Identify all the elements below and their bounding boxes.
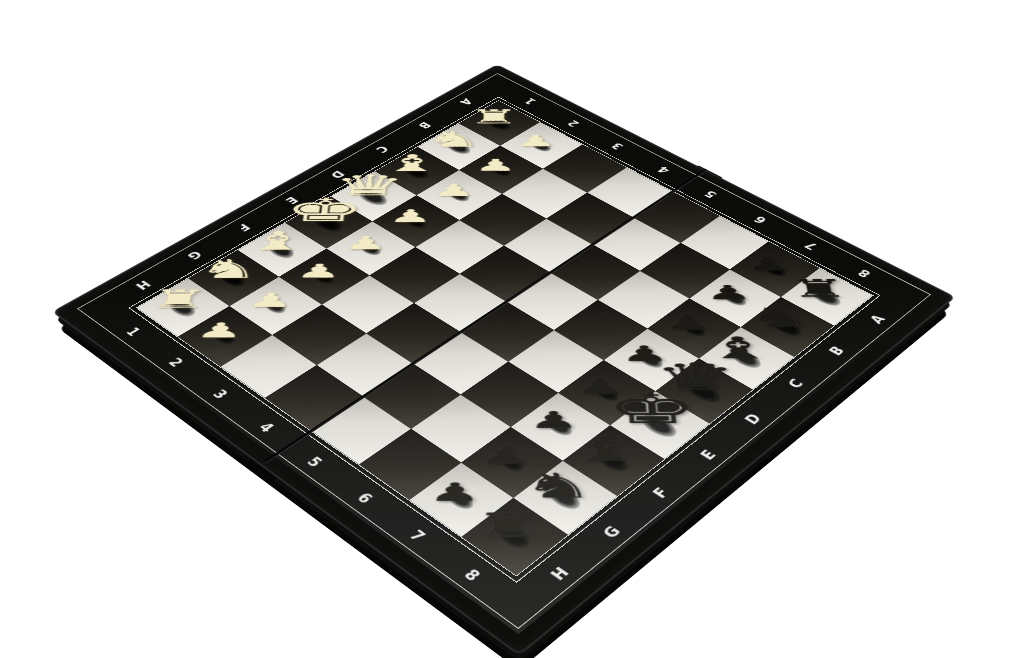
piece-shadow <box>726 346 765 371</box>
chess-board: 12345678 ABCDEFGH ♜♟♟♜♞♟♟♞♝♟♟♝♛♟♟♛♚♟♟♚♝♟… <box>51 62 956 654</box>
product-photo-stage: 12345678 ABCDEFGH ♜♟♟♜♞♟♟♞♝♟♟♝♛♟♟♛♚♟♟♚♝♟… <box>0 0 1024 658</box>
square-b8[interactable]: ♞ <box>741 297 834 357</box>
piece-shadow <box>494 451 528 474</box>
piece-shadow <box>636 410 682 441</box>
piece-shadow <box>681 377 726 406</box>
piece-shadow <box>443 487 477 511</box>
file-label-c: C <box>765 366 829 404</box>
piece-shadow <box>590 382 623 403</box>
piece-shadow <box>543 483 585 512</box>
square-c5[interactable] <box>550 244 640 300</box>
square-h1[interactable]: ♜ <box>137 278 230 336</box>
piece-shadow <box>635 350 667 371</box>
piece-shadow <box>209 326 239 346</box>
piece-shadow <box>543 416 576 438</box>
piece-shadow <box>592 447 633 475</box>
file-label-b: B <box>807 333 870 369</box>
perspective-scene: 12345678 ABCDEFGH ♜♟♟♜♞♟♟♞♝♟♟♝♛♟♟♛♚♟♟♚♝♟… <box>0 0 1024 658</box>
piece-shadow <box>493 521 536 552</box>
board-surface: 12345678 ABCDEFGH ♜♟♟♜♞♟♟♞♝♟♟♝♛♟♟♛♚♟♟♚♝♟… <box>71 71 936 635</box>
